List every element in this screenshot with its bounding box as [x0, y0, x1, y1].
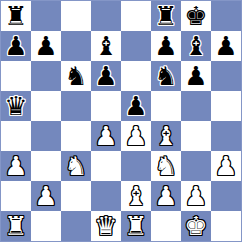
square-a7[interactable]: ♟	[1, 31, 31, 61]
square-a2[interactable]	[1, 181, 31, 211]
square-f1[interactable]	[151, 211, 181, 241]
black-pawn[interactable]: ♟	[124, 91, 147, 121]
square-h1[interactable]	[211, 211, 241, 241]
chess-board-container: ♜♜♚♟♟♝♟♝♟♞♟♞♟♛♟♟♟♝♟♞♞♟♟♝♟♟♜♛♜♚	[0, 0, 242, 242]
black-bishop[interactable]: ♝	[94, 31, 117, 61]
square-c8[interactable]	[61, 1, 91, 31]
square-c7[interactable]	[61, 31, 91, 61]
square-f2[interactable]: ♟	[151, 181, 181, 211]
square-a6[interactable]	[1, 61, 31, 91]
white-knight[interactable]: ♞	[154, 151, 177, 181]
square-f4[interactable]: ♝	[151, 121, 181, 151]
square-h5[interactable]	[211, 91, 241, 121]
white-rook[interactable]: ♜	[124, 211, 147, 241]
black-queen[interactable]: ♛	[4, 91, 27, 121]
square-a1[interactable]: ♜	[1, 211, 31, 241]
white-bishop[interactable]: ♝	[124, 181, 147, 211]
square-b3[interactable]	[31, 151, 61, 181]
white-bishop[interactable]: ♝	[154, 121, 177, 151]
black-knight[interactable]: ♞	[64, 61, 87, 91]
black-pawn[interactable]: ♟	[154, 31, 177, 61]
black-rook[interactable]: ♜	[4, 1, 27, 31]
square-e3[interactable]	[121, 151, 151, 181]
black-pawn[interactable]: ♟	[94, 61, 117, 91]
square-g2[interactable]: ♟	[181, 181, 211, 211]
square-h6[interactable]	[211, 61, 241, 91]
square-c4[interactable]	[61, 121, 91, 151]
chess-board: ♜♜♚♟♟♝♟♝♟♞♟♞♟♛♟♟♟♝♟♞♞♟♟♝♟♟♜♛♜♚	[0, 0, 242, 242]
square-e4[interactable]: ♟	[121, 121, 151, 151]
square-g4[interactable]	[181, 121, 211, 151]
square-a3[interactable]: ♟	[1, 151, 31, 181]
black-knight[interactable]: ♞	[154, 61, 177, 91]
white-pawn[interactable]: ♟	[4, 151, 27, 181]
square-d8[interactable]	[91, 1, 121, 31]
square-b1[interactable]	[31, 211, 61, 241]
black-pawn[interactable]: ♟	[4, 31, 27, 61]
black-bishop[interactable]: ♝	[184, 31, 207, 61]
square-a5[interactable]: ♛	[1, 91, 31, 121]
square-b2[interactable]: ♟	[31, 181, 61, 211]
square-g7[interactable]: ♝	[181, 31, 211, 61]
square-f3[interactable]: ♞	[151, 151, 181, 181]
square-h8[interactable]	[211, 1, 241, 31]
square-a4[interactable]	[1, 121, 31, 151]
square-g5[interactable]	[181, 91, 211, 121]
square-g1[interactable]: ♚	[181, 211, 211, 241]
white-pawn[interactable]: ♟	[124, 121, 147, 151]
square-h4[interactable]	[211, 121, 241, 151]
square-e6[interactable]	[121, 61, 151, 91]
square-c6[interactable]: ♞	[61, 61, 91, 91]
black-rook[interactable]: ♜	[154, 1, 177, 31]
square-g8[interactable]: ♚	[181, 1, 211, 31]
square-e5[interactable]: ♟	[121, 91, 151, 121]
square-c1[interactable]	[61, 211, 91, 241]
white-king[interactable]: ♚	[184, 211, 207, 241]
white-queen[interactable]: ♛	[94, 211, 117, 241]
square-h2[interactable]	[211, 181, 241, 211]
square-b6[interactable]	[31, 61, 61, 91]
black-pawn[interactable]: ♟	[214, 31, 237, 61]
square-e7[interactable]	[121, 31, 151, 61]
square-c3[interactable]: ♞	[61, 151, 91, 181]
square-d3[interactable]	[91, 151, 121, 181]
square-b7[interactable]: ♟	[31, 31, 61, 61]
square-d7[interactable]: ♝	[91, 31, 121, 61]
black-pawn[interactable]: ♟	[184, 61, 207, 91]
square-e2[interactable]: ♝	[121, 181, 151, 211]
square-f8[interactable]: ♜	[151, 1, 181, 31]
square-d1[interactable]: ♛	[91, 211, 121, 241]
square-e8[interactable]	[121, 1, 151, 31]
square-e1[interactable]: ♜	[121, 211, 151, 241]
white-pawn[interactable]: ♟	[184, 181, 207, 211]
square-h3[interactable]: ♟	[211, 151, 241, 181]
white-rook[interactable]: ♜	[4, 211, 27, 241]
square-g6[interactable]: ♟	[181, 61, 211, 91]
white-pawn[interactable]: ♟	[94, 121, 117, 151]
black-pawn[interactable]: ♟	[34, 31, 57, 61]
square-g3[interactable]	[181, 151, 211, 181]
square-b4[interactable]	[31, 121, 61, 151]
square-f5[interactable]	[151, 91, 181, 121]
square-b5[interactable]	[31, 91, 61, 121]
square-d4[interactable]: ♟	[91, 121, 121, 151]
white-pawn[interactable]: ♟	[214, 151, 237, 181]
square-f6[interactable]: ♞	[151, 61, 181, 91]
white-knight[interactable]: ♞	[64, 151, 87, 181]
square-c2[interactable]	[61, 181, 91, 211]
square-c5[interactable]	[61, 91, 91, 121]
square-a8[interactable]: ♜	[1, 1, 31, 31]
square-h7[interactable]: ♟	[211, 31, 241, 61]
square-b8[interactable]	[31, 1, 61, 31]
black-king[interactable]: ♚	[184, 1, 207, 31]
white-pawn[interactable]: ♟	[34, 181, 57, 211]
square-f7[interactable]: ♟	[151, 31, 181, 61]
square-d6[interactable]: ♟	[91, 61, 121, 91]
square-d5[interactable]	[91, 91, 121, 121]
white-pawn[interactable]: ♟	[154, 181, 177, 211]
square-d2[interactable]	[91, 181, 121, 211]
